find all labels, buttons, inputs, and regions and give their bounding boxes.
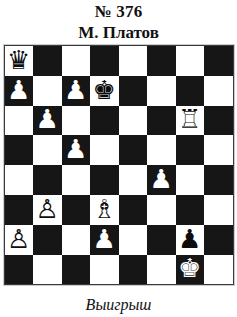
square-c5: ♟ (62, 135, 91, 165)
square-g5 (176, 135, 205, 165)
square-h2 (204, 225, 233, 255)
square-h4 (204, 165, 233, 195)
square-h8 (204, 46, 233, 76)
white-king-icon: ♚ (178, 255, 201, 281)
square-h7 (204, 76, 233, 106)
black-pawn-icon: ♟ (178, 226, 201, 252)
square-c2 (62, 225, 91, 255)
square-g1: ♚ (176, 255, 205, 285)
square-e2 (119, 225, 148, 255)
square-c6 (62, 106, 91, 136)
square-g6: ♖ (176, 106, 205, 136)
white-pawn-icon: ♟ (93, 226, 116, 252)
square-e6 (119, 106, 148, 136)
square-b3: ♙ (33, 195, 62, 225)
square-a2: ♙ (5, 225, 34, 255)
square-g3 (176, 195, 205, 225)
white-pawn-icon: ♙ (36, 196, 59, 222)
square-d7: ♚ (90, 76, 119, 106)
white-pawn-icon: ♟ (36, 106, 59, 132)
square-g8 (176, 46, 205, 76)
square-b5 (33, 135, 62, 165)
study-diagram-page: № 376 М. Платов ♛♟♟♚♟♖♟♟♙♗♙♟♟♚ Выигрыш (0, 0, 237, 317)
square-b4 (33, 165, 62, 195)
square-f5 (147, 135, 176, 165)
square-h1 (204, 255, 233, 285)
square-d2: ♟ (90, 225, 119, 255)
square-f7 (147, 76, 176, 106)
square-f6 (147, 106, 176, 136)
square-f8 (147, 46, 176, 76)
square-c4 (62, 165, 91, 195)
square-a3 (5, 195, 34, 225)
square-a6 (5, 106, 34, 136)
square-c1 (62, 255, 91, 285)
white-pawn-icon: ♟ (7, 77, 30, 103)
chess-board: ♛♟♟♚♟♖♟♟♙♗♙♟♟♚ (4, 45, 234, 285)
square-c3 (62, 195, 91, 225)
square-d6 (90, 106, 119, 136)
square-a7: ♟ (5, 76, 34, 106)
black-king-icon: ♚ (93, 77, 116, 103)
square-e7 (119, 76, 148, 106)
study-number: № 376 (95, 1, 143, 22)
square-a5 (5, 135, 34, 165)
square-c8 (62, 46, 91, 76)
white-pawn-icon: ♟ (64, 77, 87, 103)
square-f4: ♟ (147, 165, 176, 195)
black-queen-icon: ♛ (7, 47, 30, 73)
square-d5 (90, 135, 119, 165)
square-e8 (119, 46, 148, 76)
square-b2 (33, 225, 62, 255)
stipulation-caption: Выигрыш (86, 296, 152, 314)
square-b7 (33, 76, 62, 106)
square-g4 (176, 165, 205, 195)
square-b6: ♟ (33, 106, 62, 136)
square-c7: ♟ (62, 76, 91, 106)
square-a1 (5, 255, 34, 285)
square-h5 (204, 135, 233, 165)
square-e1 (119, 255, 148, 285)
white-pawn-icon: ♟ (150, 166, 173, 192)
square-h6 (204, 106, 233, 136)
square-b1 (33, 255, 62, 285)
white-rook-icon: ♖ (178, 106, 201, 132)
square-e5 (119, 135, 148, 165)
square-f2 (147, 225, 176, 255)
square-a4 (5, 165, 34, 195)
white-bishop-icon: ♗ (93, 196, 116, 222)
square-e4 (119, 165, 148, 195)
square-e3 (119, 195, 148, 225)
study-author: М. Платов (78, 22, 159, 43)
white-pawn-icon: ♟ (64, 136, 87, 162)
square-f1 (147, 255, 176, 285)
white-pawn-icon: ♙ (7, 226, 30, 252)
square-g7 (176, 76, 205, 106)
square-h3 (204, 195, 233, 225)
square-d1 (90, 255, 119, 285)
square-a8: ♛ (5, 46, 34, 76)
square-b8 (33, 46, 62, 76)
square-d4 (90, 165, 119, 195)
square-f3 (147, 195, 176, 225)
square-g2: ♟ (176, 225, 205, 255)
square-d3: ♗ (90, 195, 119, 225)
square-d8 (90, 46, 119, 76)
